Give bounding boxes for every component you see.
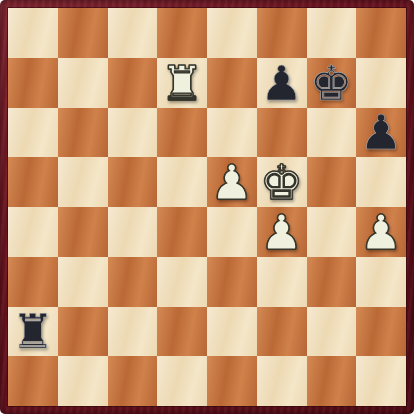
square-b2[interactable]: [58, 307, 108, 357]
piece-black-pawn-f7[interactable]: ♟: [260, 59, 303, 107]
square-d8[interactable]: [157, 8, 207, 58]
square-e6[interactable]: [207, 108, 257, 158]
square-g8[interactable]: [307, 8, 357, 58]
square-f4[interactable]: ♟: [257, 207, 307, 257]
square-a3[interactable]: [8, 257, 58, 307]
square-d6[interactable]: [157, 108, 207, 158]
square-e7[interactable]: [207, 58, 257, 108]
square-h8[interactable]: [356, 8, 406, 58]
square-a7[interactable]: [8, 58, 58, 108]
square-c8[interactable]: [108, 8, 158, 58]
square-c2[interactable]: [108, 307, 158, 357]
square-d7[interactable]: ♜: [157, 58, 207, 108]
square-b5[interactable]: [58, 157, 108, 207]
square-b3[interactable]: [58, 257, 108, 307]
square-h4[interactable]: ♟: [356, 207, 406, 257]
square-b7[interactable]: [58, 58, 108, 108]
square-c3[interactable]: [108, 257, 158, 307]
square-d1[interactable]: [157, 356, 207, 406]
piece-white-king-f5[interactable]: ♚: [260, 158, 303, 206]
square-c4[interactable]: [108, 207, 158, 257]
square-h6[interactable]: ♟: [356, 108, 406, 158]
square-g2[interactable]: [307, 307, 357, 357]
square-g5[interactable]: [307, 157, 357, 207]
piece-black-king-g7[interactable]: ♚: [310, 59, 353, 107]
square-g6[interactable]: [307, 108, 357, 158]
piece-black-rook-a2[interactable]: ♜: [11, 307, 54, 355]
piece-white-pawn-f4[interactable]: ♟: [260, 208, 303, 256]
square-f2[interactable]: [257, 307, 307, 357]
piece-white-rook-d7[interactable]: ♜: [161, 59, 204, 107]
square-a8[interactable]: [8, 8, 58, 58]
square-c5[interactable]: [108, 157, 158, 207]
square-b4[interactable]: [58, 207, 108, 257]
square-d4[interactable]: [157, 207, 207, 257]
square-a2[interactable]: ♜: [8, 307, 58, 357]
piece-white-pawn-h4[interactable]: ♟: [360, 208, 403, 256]
chess-board: ♜♟♚♟♟♚♟♟♜: [8, 8, 406, 406]
square-f1[interactable]: [257, 356, 307, 406]
square-f3[interactable]: [257, 257, 307, 307]
square-d3[interactable]: [157, 257, 207, 307]
square-c1[interactable]: [108, 356, 158, 406]
square-a4[interactable]: [8, 207, 58, 257]
square-c7[interactable]: [108, 58, 158, 108]
square-f8[interactable]: [257, 8, 307, 58]
square-e1[interactable]: [207, 356, 257, 406]
square-e3[interactable]: [207, 257, 257, 307]
square-h1[interactable]: [356, 356, 406, 406]
square-b8[interactable]: [58, 8, 108, 58]
square-h3[interactable]: [356, 257, 406, 307]
square-g1[interactable]: [307, 356, 357, 406]
square-e5[interactable]: ♟: [207, 157, 257, 207]
square-f5[interactable]: ♚: [257, 157, 307, 207]
piece-white-pawn-e5[interactable]: ♟: [210, 158, 253, 206]
square-h5[interactable]: [356, 157, 406, 207]
square-h7[interactable]: [356, 58, 406, 108]
square-f6[interactable]: [257, 108, 307, 158]
chess-board-frame: ♜♟♚♟♟♚♟♟♜: [0, 0, 414, 414]
square-b6[interactable]: [58, 108, 108, 158]
piece-black-pawn-h6[interactable]: ♟: [360, 108, 403, 156]
square-g7[interactable]: ♚: [307, 58, 357, 108]
square-g4[interactable]: [307, 207, 357, 257]
square-b1[interactable]: [58, 356, 108, 406]
square-d2[interactable]: [157, 307, 207, 357]
square-e2[interactable]: [207, 307, 257, 357]
square-d5[interactable]: [157, 157, 207, 207]
square-f7[interactable]: ♟: [257, 58, 307, 108]
square-c6[interactable]: [108, 108, 158, 158]
square-a6[interactable]: [8, 108, 58, 158]
square-h2[interactable]: [356, 307, 406, 357]
square-a5[interactable]: [8, 157, 58, 207]
square-g3[interactable]: [307, 257, 357, 307]
square-e4[interactable]: [207, 207, 257, 257]
square-e8[interactable]: [207, 8, 257, 58]
square-a1[interactable]: [8, 356, 58, 406]
